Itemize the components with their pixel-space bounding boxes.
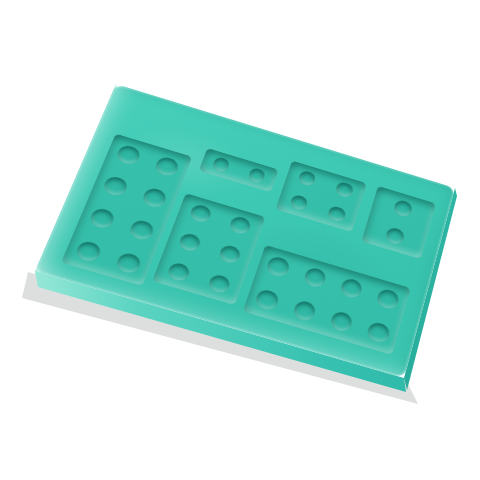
cavity-brick-2x2	[276, 161, 367, 232]
stud-hole	[265, 255, 291, 279]
stud-hole	[211, 156, 231, 173]
stud-hole	[115, 143, 143, 166]
stud-hole	[289, 193, 309, 211]
stud-hole	[207, 273, 232, 295]
product-photo	[0, 0, 480, 480]
cavity-brick-1x2-vertical	[361, 186, 435, 259]
stud-hole	[218, 243, 242, 265]
cavity-brick-2x4-horizontal	[243, 245, 411, 355]
stud-hole	[188, 203, 212, 224]
stud-hole	[141, 186, 169, 210]
stud-hole	[291, 299, 317, 323]
stud-hole	[297, 169, 317, 187]
stud-hole	[384, 226, 406, 247]
stud-hole	[392, 198, 414, 218]
stud-hole	[114, 251, 143, 276]
stud-hole	[375, 287, 400, 311]
stud-hole	[101, 174, 129, 198]
stud-hole	[228, 215, 252, 236]
stud-hole	[153, 155, 180, 178]
stud-hole	[247, 167, 266, 184]
stud-hole	[334, 181, 354, 199]
stud-hole	[327, 205, 347, 223]
stud-hole	[177, 231, 202, 253]
stud-hole	[74, 239, 103, 264]
stud-hole	[339, 277, 364, 301]
stud-hole	[128, 218, 156, 242]
stud-hole	[329, 310, 355, 334]
stud-hole	[166, 261, 191, 283]
stud-hole	[366, 320, 391, 344]
cavity-brick-1x2-horizontal	[199, 148, 279, 192]
stud-hole	[88, 206, 117, 230]
stud-hole	[302, 266, 328, 290]
stud-hole	[254, 288, 281, 312]
